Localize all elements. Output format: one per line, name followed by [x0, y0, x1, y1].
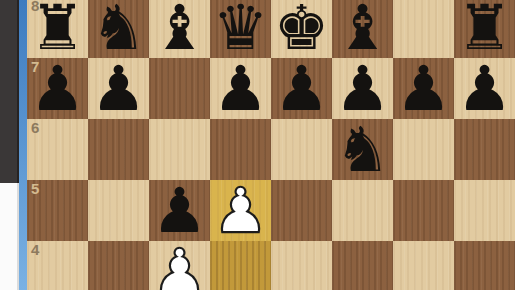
square-e8[interactable]: ♚ — [271, 0, 332, 58]
square-h8[interactable]: ♜ — [454, 0, 515, 58]
square-h7[interactable]: ♟ — [454, 58, 515, 119]
piece-black-pawn[interactable]: ♟ — [396, 58, 452, 119]
piece-black-knight[interactable]: ♞ — [335, 119, 391, 180]
piece-black-pawn[interactable]: ♟ — [152, 180, 208, 241]
square-e6[interactable] — [271, 119, 332, 180]
piece-black-queen[interactable]: ♛ — [213, 0, 269, 58]
square-c5[interactable]: ♟ — [149, 180, 210, 241]
square-a8[interactable]: 8♜ — [27, 0, 88, 58]
rank-label-4: 4 — [31, 242, 39, 259]
rank-label-5: 5 — [31, 181, 39, 198]
piece-black-king[interactable]: ♚ — [274, 0, 330, 58]
rank-label-6: 6 — [31, 120, 39, 137]
square-f6[interactable]: ♞ — [332, 119, 393, 180]
piece-black-pawn[interactable]: ♟ — [335, 58, 391, 119]
square-f7[interactable]: ♟ — [332, 58, 393, 119]
square-b5[interactable] — [88, 180, 149, 241]
square-a6[interactable]: 6 — [27, 119, 88, 180]
piece-black-pawn[interactable]: ♟ — [91, 58, 147, 119]
square-e5[interactable] — [271, 180, 332, 241]
window-edge-strip — [19, 0, 27, 290]
square-d6[interactable] — [210, 119, 271, 180]
window-side-panel-light — [0, 183, 19, 290]
piece-white-pawn[interactable]: ♟ — [213, 180, 269, 241]
piece-black-pawn[interactable]: ♟ — [30, 58, 86, 119]
square-c7[interactable] — [149, 58, 210, 119]
square-h6[interactable] — [454, 119, 515, 180]
square-g6[interactable] — [393, 119, 454, 180]
piece-black-knight[interactable]: ♞ — [91, 0, 147, 58]
square-b6[interactable] — [88, 119, 149, 180]
square-d5[interactable]: ♟ — [210, 180, 271, 241]
piece-black-pawn[interactable]: ♟ — [457, 58, 513, 119]
square-e4[interactable] — [271, 241, 332, 290]
piece-black-bishop[interactable]: ♝ — [152, 0, 208, 58]
square-h5[interactable] — [454, 180, 515, 241]
square-a5[interactable]: 5 — [27, 180, 88, 241]
square-g5[interactable] — [393, 180, 454, 241]
square-a4[interactable]: 4 — [27, 241, 88, 290]
piece-black-bishop[interactable]: ♝ — [335, 0, 391, 58]
square-c6[interactable] — [149, 119, 210, 180]
square-c4[interactable]: ♟ — [149, 241, 210, 290]
square-d4[interactable] — [210, 241, 271, 290]
square-g8[interactable] — [393, 0, 454, 58]
square-b7[interactable]: ♟ — [88, 58, 149, 119]
piece-black-rook[interactable]: ♜ — [30, 0, 86, 58]
square-d7[interactable]: ♟ — [210, 58, 271, 119]
square-f5[interactable] — [332, 180, 393, 241]
square-f4[interactable] — [332, 241, 393, 290]
window-side-panel-dark — [0, 0, 19, 183]
square-c8[interactable]: ♝ — [149, 0, 210, 58]
square-d8[interactable]: ♛ — [210, 0, 271, 58]
square-a7[interactable]: 7♟ — [27, 58, 88, 119]
square-g7[interactable]: ♟ — [393, 58, 454, 119]
piece-black-pawn[interactable]: ♟ — [274, 58, 330, 119]
piece-black-pawn[interactable]: ♟ — [213, 58, 269, 119]
square-e7[interactable]: ♟ — [271, 58, 332, 119]
chess-board[interactable]: 8♜♞♝♛♚♝♜7♟♟♟♟♟♟♟6♞5♟♟4♟ — [27, 0, 515, 290]
square-f8[interactable]: ♝ — [332, 0, 393, 58]
piece-white-pawn[interactable]: ♟ — [152, 241, 208, 290]
square-b4[interactable] — [88, 241, 149, 290]
square-b8[interactable]: ♞ — [88, 0, 149, 58]
square-h4[interactable] — [454, 241, 515, 290]
square-g4[interactable] — [393, 241, 454, 290]
piece-black-rook[interactable]: ♜ — [457, 0, 513, 58]
